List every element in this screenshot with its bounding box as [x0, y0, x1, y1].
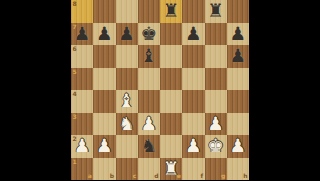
piece-black-pawn-a7[interactable]: ♟: [74, 24, 91, 43]
square-a8[interactable]: 8: [71, 0, 93, 23]
square-a4[interactable]: 4: [71, 90, 93, 113]
square-e2[interactable]: [160, 135, 182, 158]
square-d5[interactable]: [138, 68, 160, 91]
piece-black-pawn-c7[interactable]: ♟: [118, 24, 135, 43]
square-h1[interactable]: h: [227, 158, 249, 181]
chess-app-frame: 8♜♜7♟♟♟♚♟♟6♝♟54♝3♞♟♟2♟♟♞♟♚♟1abcde♜fgh: [0, 0, 320, 180]
square-c2[interactable]: [116, 135, 138, 158]
square-h6[interactable]: ♟: [227, 45, 249, 68]
square-a6[interactable]: 6: [71, 45, 93, 68]
chessboard: 8♜♜7♟♟♟♚♟♟6♝♟54♝3♞♟♟2♟♟♞♟♚♟1abcde♜fgh: [71, 0, 249, 180]
square-h5[interactable]: [227, 68, 249, 91]
square-h8[interactable]: [227, 0, 249, 23]
square-h4[interactable]: [227, 90, 249, 113]
square-g1[interactable]: g: [205, 158, 227, 181]
piece-white-pawn-h2[interactable]: ♟: [230, 137, 247, 156]
square-c8[interactable]: [116, 0, 138, 23]
square-g7[interactable]: [205, 23, 227, 46]
piece-white-pawn-f2[interactable]: ♟: [185, 137, 202, 156]
square-e3[interactable]: [160, 113, 182, 136]
square-a7[interactable]: 7♟: [71, 23, 93, 46]
square-b8[interactable]: [93, 0, 115, 23]
square-a2[interactable]: 2♟: [71, 135, 93, 158]
rank-label-8: 8: [73, 1, 77, 7]
square-g5[interactable]: [205, 68, 227, 91]
rank-label-4: 4: [73, 91, 77, 97]
piece-white-pawn-a2[interactable]: ♟: [74, 137, 91, 156]
rank-label-6: 6: [73, 46, 77, 52]
square-e4[interactable]: [160, 90, 182, 113]
square-a1[interactable]: 1a: [71, 158, 93, 181]
letterbox-right: [249, 0, 320, 180]
piece-black-pawn-b7[interactable]: ♟: [96, 24, 113, 43]
square-g3[interactable]: ♟: [205, 113, 227, 136]
piece-white-bishop-c4[interactable]: ♝: [118, 92, 135, 111]
square-g2[interactable]: ♚: [205, 135, 227, 158]
file-label-a: a: [88, 173, 92, 179]
square-h3[interactable]: [227, 113, 249, 136]
piece-white-king-g2[interactable]: ♚: [207, 137, 224, 156]
letterbox-left: [0, 0, 71, 180]
square-g8[interactable]: ♜: [205, 0, 227, 23]
square-b7[interactable]: ♟: [93, 23, 115, 46]
square-g4[interactable]: [205, 90, 227, 113]
piece-black-pawn-h7[interactable]: ♟: [230, 24, 247, 43]
square-d6[interactable]: ♝: [138, 45, 160, 68]
piece-black-pawn-h6[interactable]: ♟: [230, 47, 247, 66]
rank-label-3: 3: [73, 114, 77, 120]
square-e8[interactable]: ♜: [160, 0, 182, 23]
square-f6[interactable]: [182, 45, 204, 68]
piece-black-king-d7[interactable]: ♚: [141, 24, 158, 43]
piece-black-pawn-f7[interactable]: ♟: [185, 24, 202, 43]
square-d1[interactable]: d: [138, 158, 160, 181]
file-label-f: f: [200, 173, 203, 179]
square-g6[interactable]: [205, 45, 227, 68]
piece-white-pawn-b2[interactable]: ♟: [96, 137, 113, 156]
piece-white-rook-e1[interactable]: ♜: [163, 159, 180, 178]
square-f4[interactable]: [182, 90, 204, 113]
square-b5[interactable]: [93, 68, 115, 91]
file-label-c: c: [133, 173, 137, 179]
square-h2[interactable]: ♟: [227, 135, 249, 158]
square-d3[interactable]: ♟: [138, 113, 160, 136]
square-f8[interactable]: [182, 0, 204, 23]
square-f7[interactable]: ♟: [182, 23, 204, 46]
rank-label-1: 1: [73, 159, 77, 165]
file-label-g: g: [221, 173, 225, 179]
piece-black-bishop-d6[interactable]: ♝: [141, 47, 158, 66]
square-b4[interactable]: [93, 90, 115, 113]
square-d7[interactable]: ♚: [138, 23, 160, 46]
square-c4[interactable]: ♝: [116, 90, 138, 113]
square-b3[interactable]: [93, 113, 115, 136]
square-e5[interactable]: [160, 68, 182, 91]
square-e6[interactable]: [160, 45, 182, 68]
square-c6[interactable]: [116, 45, 138, 68]
square-c5[interactable]: [116, 68, 138, 91]
piece-black-rook-g8[interactable]: ♜: [207, 2, 224, 21]
square-a5[interactable]: 5: [71, 68, 93, 91]
square-a3[interactable]: 3: [71, 113, 93, 136]
square-d4[interactable]: [138, 90, 160, 113]
square-b2[interactable]: ♟: [93, 135, 115, 158]
file-label-d: d: [154, 173, 158, 179]
square-e7[interactable]: [160, 23, 182, 46]
square-d2[interactable]: ♞: [138, 135, 160, 158]
square-b1[interactable]: b: [93, 158, 115, 181]
rank-label-5: 5: [73, 69, 77, 75]
square-c3[interactable]: ♞: [116, 113, 138, 136]
square-h7[interactable]: ♟: [227, 23, 249, 46]
square-c7[interactable]: ♟: [116, 23, 138, 46]
file-label-b: b: [110, 173, 114, 179]
square-f3[interactable]: [182, 113, 204, 136]
square-f1[interactable]: f: [182, 158, 204, 181]
piece-white-pawn-d3[interactable]: ♟: [141, 114, 158, 133]
square-c1[interactable]: c: [116, 158, 138, 181]
square-b6[interactable]: [93, 45, 115, 68]
piece-white-pawn-g3[interactable]: ♟: [207, 114, 224, 133]
square-f2[interactable]: ♟: [182, 135, 204, 158]
file-label-h: h: [243, 173, 247, 179]
piece-black-rook-e8[interactable]: ♜: [163, 2, 180, 21]
piece-black-knight-d2[interactable]: ♞: [141, 137, 158, 156]
square-f5[interactable]: [182, 68, 204, 91]
square-e1[interactable]: e♜: [160, 158, 182, 181]
piece-white-knight-c3[interactable]: ♞: [118, 114, 135, 133]
square-d8[interactable]: [138, 0, 160, 23]
